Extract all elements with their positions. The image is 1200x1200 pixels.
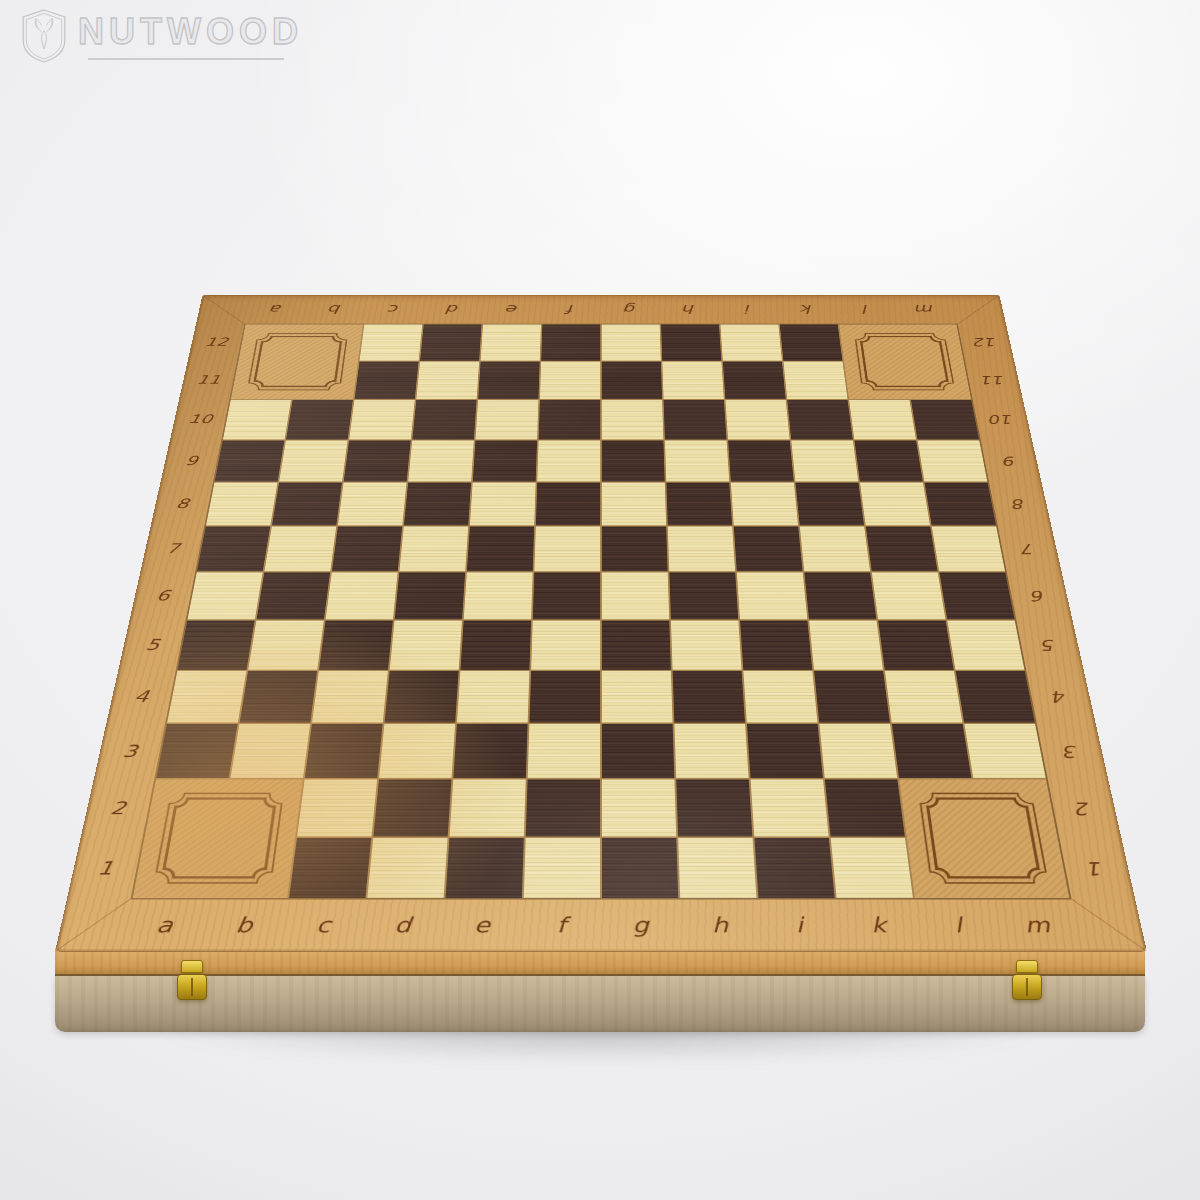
square-m4[interactable] [956, 671, 1035, 723]
square-c7[interactable] [332, 527, 402, 572]
square-g5[interactable] [602, 621, 671, 670]
latch-clasp [1012, 974, 1042, 1000]
file-label-c: c [315, 915, 332, 936]
square-k9[interactable] [791, 441, 858, 482]
file-labels-top: abcdefghiklm [244, 295, 957, 324]
square-f1[interactable] [524, 838, 600, 898]
square-g11[interactable] [602, 362, 662, 400]
square-i12[interactable] [720, 325, 781, 361]
file-label-g: g [632, 915, 649, 936]
square-g3[interactable] [602, 724, 674, 778]
square-f12[interactable] [541, 325, 600, 361]
square-h3[interactable] [674, 724, 748, 778]
file-label-d: d [447, 303, 460, 315]
square-h2[interactable] [676, 780, 752, 837]
square-i2[interactable] [751, 780, 829, 837]
file-labels-bottom: abcdefghiklm [120, 900, 1082, 952]
square-k12[interactable] [780, 325, 843, 361]
square-l8[interactable] [860, 483, 930, 526]
square-k6[interactable] [804, 572, 876, 619]
file-label-i: i [745, 303, 751, 315]
square-k7[interactable] [800, 527, 870, 572]
rank-label-11: 11 [980, 374, 1006, 386]
brand-name: NUTWOOD [78, 8, 303, 56]
square-c5[interactable] [319, 621, 393, 670]
square-b9[interactable] [279, 441, 347, 482]
square-i1[interactable] [754, 838, 834, 898]
square-b8[interactable] [272, 483, 342, 526]
square-i9[interactable] [728, 441, 794, 482]
square-b10[interactable] [286, 400, 353, 439]
square-m9[interactable] [918, 441, 988, 482]
square-f9[interactable] [537, 441, 600, 482]
square-h10[interactable] [664, 400, 727, 439]
rank-label-10: 10 [187, 413, 213, 425]
brass-latch-left[interactable] [177, 960, 207, 1002]
square-e12[interactable] [481, 325, 541, 361]
square-b6[interactable] [257, 572, 331, 619]
square-m5[interactable] [947, 621, 1024, 670]
square-m8[interactable] [925, 483, 996, 526]
square-e1[interactable] [446, 838, 524, 898]
square-f4[interactable] [529, 671, 600, 723]
square-c3[interactable] [305, 724, 383, 778]
rank-label-9: 9 [1003, 454, 1018, 467]
square-b3[interactable] [231, 724, 311, 778]
square-a9[interactable] [215, 441, 285, 482]
square-c11[interactable] [355, 362, 419, 400]
square-e7[interactable] [467, 527, 534, 572]
square-g10[interactable] [602, 400, 664, 439]
file-label-e: e [506, 303, 518, 315]
rank-label-9: 9 [184, 454, 199, 467]
square-d2[interactable] [373, 780, 451, 837]
file-label-i: i [795, 915, 804, 936]
corner-ornament-engraving [907, 785, 1060, 892]
square-h6[interactable] [669, 572, 738, 619]
square-k11[interactable] [783, 362, 847, 400]
square-a8[interactable] [206, 483, 277, 526]
square-l9[interactable] [854, 441, 922, 482]
file-label-b: b [329, 303, 343, 315]
latch-clasp [177, 974, 207, 1000]
square-f5[interactable] [531, 621, 600, 670]
square-i5[interactable] [740, 621, 812, 670]
frame-mitre-joint [957, 295, 999, 324]
square-a10[interactable] [223, 400, 291, 439]
file-label-h: h [711, 915, 728, 936]
square-g6[interactable] [602, 572, 669, 619]
square-d5[interactable] [390, 621, 462, 670]
square-a5[interactable] [178, 621, 255, 670]
square-i8[interactable] [731, 483, 798, 526]
square-d1[interactable] [367, 838, 447, 898]
square-h8[interactable] [666, 483, 732, 526]
corner-ornament-top-left [231, 325, 363, 400]
square-e4[interactable] [457, 671, 529, 723]
file-label-b: b [234, 915, 253, 936]
square-k10[interactable] [787, 400, 852, 439]
square-d7[interactable] [399, 527, 468, 572]
square-g1[interactable] [602, 838, 678, 898]
square-f8[interactable] [536, 483, 600, 526]
file-label-d: d [394, 915, 412, 936]
frame-mitre-joint [203, 295, 245, 324]
square-h9[interactable] [665, 441, 729, 482]
file-label-f: f [557, 915, 566, 936]
square-i10[interactable] [725, 400, 789, 439]
square-e11[interactable] [478, 362, 540, 400]
box-side-panel [55, 976, 1145, 1032]
square-g4[interactable] [602, 671, 673, 723]
board-lid-surface: abcdefghiklm abcdefghiklm 12111098765432… [55, 295, 1147, 952]
rank-label-12: 12 [204, 336, 229, 347]
square-c9[interactable] [344, 441, 411, 482]
corner-ornament-top-right [839, 325, 971, 400]
rank-label-7: 7 [165, 542, 181, 556]
square-g9[interactable] [602, 441, 665, 482]
square-c4[interactable] [312, 671, 388, 723]
square-a6[interactable] [188, 572, 263, 619]
square-m6[interactable] [939, 572, 1014, 619]
file-label-a: a [270, 303, 284, 315]
square-f6[interactable] [533, 572, 600, 619]
file-label-f: f [568, 303, 575, 315]
square-l4[interactable] [885, 671, 962, 723]
rank-label-2: 2 [109, 799, 127, 817]
corner-ornament-bottom-left [133, 779, 303, 897]
square-h5[interactable] [671, 621, 742, 670]
square-l5[interactable] [878, 621, 953, 670]
rank-label-6: 6 [155, 589, 171, 603]
square-g2[interactable] [602, 780, 676, 837]
square-i4[interactable] [743, 671, 817, 723]
square-a7[interactable] [197, 527, 270, 572]
square-f10[interactable] [539, 400, 601, 439]
rank-label-3: 3 [1063, 743, 1081, 760]
square-d9[interactable] [408, 441, 474, 482]
file-label-k: k [870, 915, 887, 936]
square-d6[interactable] [395, 572, 465, 619]
square-d11[interactable] [416, 362, 479, 400]
nutwood-logo: NUTWOOD [18, 8, 303, 64]
square-i7[interactable] [734, 527, 803, 572]
square-f7[interactable] [534, 527, 600, 572]
playing-field [130, 324, 1071, 900]
square-f2[interactable] [526, 780, 600, 837]
corner-ornament-bottom-right [899, 779, 1069, 897]
square-c8[interactable] [338, 483, 407, 526]
file-label-l: l [863, 303, 870, 315]
rank-label-4: 4 [1052, 689, 1069, 705]
rank-label-2: 2 [1075, 799, 1093, 817]
square-h12[interactable] [661, 325, 721, 361]
square-l3[interactable] [892, 724, 972, 778]
square-b4[interactable] [240, 671, 317, 723]
logo-underline [88, 58, 284, 60]
square-a4[interactable] [167, 671, 246, 723]
square-d8[interactable] [404, 483, 471, 526]
square-c12[interactable] [360, 325, 423, 361]
stag-shield-icon [18, 8, 70, 64]
latch-hinge-plate [181, 960, 203, 973]
square-e8[interactable] [470, 483, 536, 526]
square-k4[interactable] [814, 671, 890, 723]
rank-label-4: 4 [133, 689, 150, 705]
rank-label-11: 11 [196, 374, 222, 386]
frame-mitre-joint [56, 898, 132, 951]
corner-ornament-engraving [238, 328, 357, 395]
square-e10[interactable] [476, 400, 539, 439]
file-label-m: m [915, 303, 936, 315]
square-i3[interactable] [747, 724, 823, 778]
square-c6[interactable] [326, 572, 398, 619]
square-g12[interactable] [602, 325, 661, 361]
corner-ornament-engraving [142, 785, 295, 892]
rank-label-5: 5 [144, 638, 161, 653]
square-k2[interactable] [825, 780, 905, 837]
square-b5[interactable] [248, 621, 323, 670]
square-d4[interactable] [385, 671, 459, 723]
square-c2[interactable] [297, 780, 377, 837]
square-l10[interactable] [849, 400, 916, 439]
square-i11[interactable] [723, 362, 786, 400]
file-label-a: a [155, 915, 175, 936]
square-m3[interactable] [964, 724, 1045, 778]
square-h7[interactable] [668, 527, 735, 572]
square-c10[interactable] [349, 400, 414, 439]
frame-mitre-joint [1070, 898, 1146, 951]
file-label-m: m [1023, 915, 1052, 936]
square-d10[interactable] [412, 400, 476, 439]
square-i6[interactable] [737, 572, 807, 619]
square-e2[interactable] [450, 780, 526, 837]
square-g8[interactable] [602, 483, 666, 526]
rank-label-7: 7 [1021, 542, 1037, 556]
file-label-g: g [624, 303, 636, 315]
file-label-h: h [683, 303, 696, 315]
rank-label-8: 8 [1012, 497, 1027, 510]
rank-label-6: 6 [1031, 589, 1047, 603]
product-photo-canvas: { "logo": { "brand": "NUTWOOD", "icon": … [0, 0, 1200, 1200]
square-m10[interactable] [911, 400, 979, 439]
square-h1[interactable] [678, 838, 756, 898]
square-k8[interactable] [795, 483, 864, 526]
corner-ornament-engraving [845, 328, 964, 395]
rank-label-3: 3 [122, 743, 140, 760]
square-a3[interactable] [156, 724, 237, 778]
rank-label-8: 8 [175, 497, 190, 510]
square-h11[interactable] [662, 362, 724, 400]
square-k3[interactable] [819, 724, 897, 778]
square-e5[interactable] [460, 621, 531, 670]
rank-label-5: 5 [1041, 638, 1058, 653]
rank-label-10: 10 [988, 413, 1014, 425]
square-l6[interactable] [872, 572, 946, 619]
square-k1[interactable] [831, 838, 913, 898]
square-k5[interactable] [809, 621, 883, 670]
square-b7[interactable] [264, 527, 336, 572]
square-d12[interactable] [420, 325, 481, 361]
file-label-k: k [801, 303, 813, 315]
file-label-l: l [953, 915, 963, 936]
latch-hinge-plate [1016, 960, 1038, 973]
square-e6[interactable] [464, 572, 533, 619]
square-g7[interactable] [602, 527, 668, 572]
rank-label-12: 12 [973, 336, 998, 347]
square-h4[interactable] [673, 671, 745, 723]
square-e9[interactable] [473, 441, 537, 482]
square-m7[interactable] [932, 527, 1005, 572]
rank-label-1: 1 [1087, 859, 1106, 877]
file-label-e: e [474, 915, 491, 936]
square-f11[interactable] [540, 362, 600, 400]
square-c1[interactable] [289, 838, 371, 898]
brass-latch-right[interactable] [1012, 960, 1042, 1002]
square-d3[interactable] [379, 724, 455, 778]
file-label-c: c [389, 303, 401, 315]
rank-label-1: 1 [96, 859, 115, 877]
square-f3[interactable] [528, 724, 600, 778]
box-front-face [55, 948, 1145, 1034]
square-e3[interactable] [453, 724, 527, 778]
lid-edge-bevel [55, 948, 1145, 976]
square-l7[interactable] [866, 527, 938, 572]
